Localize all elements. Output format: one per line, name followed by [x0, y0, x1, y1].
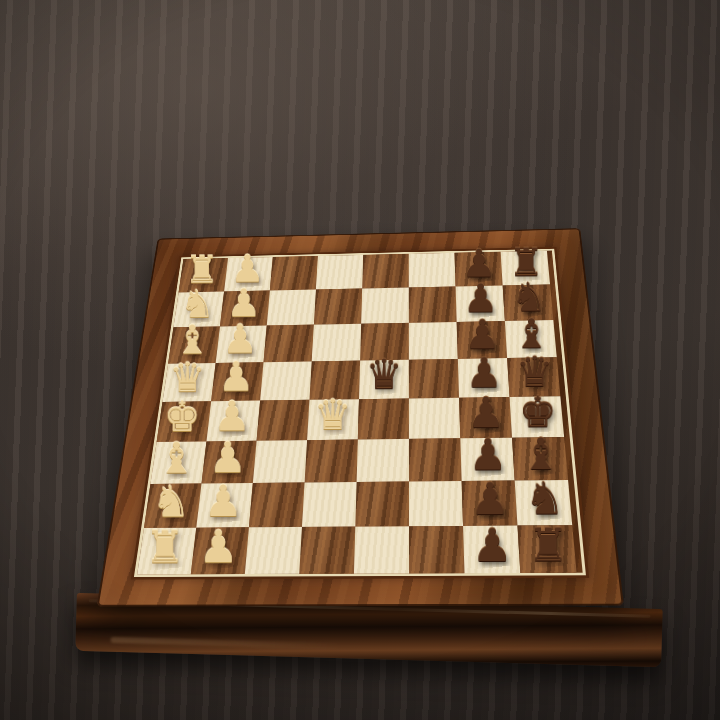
square-g5	[355, 482, 409, 527]
square-e6	[409, 398, 460, 439]
square-b3	[267, 290, 316, 326]
square-g3	[249, 483, 305, 528]
square-b1: ♞	[173, 292, 224, 328]
square-h5	[354, 526, 409, 573]
square-e1: ♚	[157, 401, 212, 442]
square-c6	[409, 322, 458, 360]
square-d4	[309, 361, 360, 400]
square-c3	[264, 325, 314, 363]
square-h1: ♜	[137, 528, 196, 575]
square-b8: ♞	[503, 285, 554, 321]
square-b2: ♟	[220, 291, 270, 327]
square-d2: ♟	[211, 362, 263, 401]
square-e8: ♚	[510, 396, 565, 438]
square-d6	[409, 359, 459, 398]
square-c4	[312, 324, 361, 362]
rosewood-board-frame: ♜♟♟♜♞♟♟♞♝♟♟♝♛♟♛♟♛♚♟♛♟♚♝♟♟♝♞♟♟♞♜♟♟♜	[97, 228, 624, 606]
square-d3	[260, 361, 312, 400]
black-rook-a8-piece: ♜	[503, 240, 550, 285]
square-f6	[409, 438, 462, 481]
white-rook-a1-piece: ♜	[179, 247, 225, 291]
square-b7: ♟	[456, 286, 505, 322]
square-a7: ♟	[455, 252, 503, 287]
square-d8: ♛	[507, 357, 560, 397]
black-pawn-g7-piece: ♟	[463, 473, 517, 525]
square-h4	[299, 527, 355, 574]
square-f7: ♟	[460, 438, 514, 481]
square-c2: ♟	[216, 326, 267, 363]
square-e3	[257, 400, 310, 441]
square-b5	[361, 288, 409, 324]
square-d1: ♛	[162, 363, 215, 402]
square-c8: ♝	[505, 320, 557, 358]
square-g2: ♟	[196, 483, 253, 528]
black-pawn-h7-piece: ♟	[464, 518, 519, 571]
square-f2: ♟	[201, 441, 256, 484]
square-h2: ♟	[191, 527, 249, 574]
square-f8: ♝	[512, 437, 568, 480]
square-c7: ♟	[457, 321, 507, 359]
square-h6	[409, 526, 465, 573]
square-h3	[245, 527, 302, 574]
white-pawn-h2-piece: ♟	[191, 520, 245, 573]
black-rook-h8-piece: ♜	[520, 518, 576, 572]
square-a6	[409, 253, 456, 288]
square-c5	[360, 323, 409, 361]
square-g4	[302, 482, 357, 527]
black-pawn-a7-piece: ♟	[455, 241, 502, 286]
square-e7: ♟	[459, 397, 512, 438]
square-a1: ♜	[179, 258, 228, 292]
square-f4	[305, 440, 358, 483]
square-g6	[409, 481, 463, 526]
board-perspective-wrapper: ♜♟♟♜♞♟♟♞♝♟♟♝♛♟♛♟♛♚♟♛♟♚♝♟♟♝♞♟♟♞♜♟♟♜	[97, 228, 624, 606]
square-a4	[316, 255, 363, 290]
square-g8: ♞	[515, 480, 573, 526]
square-d5: ♛	[359, 360, 409, 399]
square-g7: ♟	[462, 481, 518, 526]
square-g1: ♞	[144, 484, 202, 529]
square-a5	[362, 254, 409, 289]
square-b4	[314, 289, 362, 325]
white-knight-g1-piece: ♞	[144, 476, 197, 527]
square-f3	[253, 440, 307, 483]
square-e2: ♟	[206, 401, 260, 442]
square-e5	[358, 398, 409, 439]
square-e4: ♛	[307, 399, 359, 440]
square-d7: ♟	[458, 358, 510, 398]
square-f5	[357, 439, 409, 482]
square-h7: ♟	[463, 526, 520, 574]
white-pawn-a2-piece: ♟	[224, 246, 270, 291]
chess-set-product-photo: ♜♟♟♜♞♟♟♞♝♟♟♝♛♟♛♟♛♚♟♛♟♚♝♟♟♝♞♟♟♞♜♟♟♜	[0, 0, 720, 720]
chess-board: ♜♟♟♜♞♟♟♞♝♟♟♝♛♟♛♟♛♚♟♛♟♚♝♟♟♝♞♟♟♞♜♟♟♜	[137, 251, 582, 575]
white-rook-h1-piece: ♜	[137, 521, 191, 573]
square-a8: ♜	[501, 251, 550, 286]
square-f1: ♝	[150, 441, 206, 484]
square-h8: ♜	[517, 525, 576, 573]
white-pawn-g2-piece: ♟	[197, 475, 250, 526]
square-c1: ♝	[168, 326, 220, 363]
square-b6	[409, 287, 457, 323]
square-a2: ♟	[224, 257, 273, 291]
square-a3	[270, 256, 318, 291]
